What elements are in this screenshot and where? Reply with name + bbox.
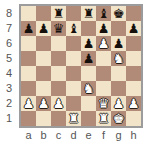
black-rook-c8[interactable]: ♜ xyxy=(51,6,66,21)
white-queen-f2[interactable]: ♛ xyxy=(96,96,111,111)
square-c4[interactable] xyxy=(51,66,66,81)
square-d4[interactable] xyxy=(66,66,81,81)
square-d5[interactable] xyxy=(66,51,81,66)
file-label-e: e xyxy=(81,129,96,144)
square-b3[interactable] xyxy=(36,81,51,96)
square-a3[interactable] xyxy=(21,81,36,96)
square-b1[interactable] xyxy=(36,111,51,126)
white-knight-e3[interactable]: ♞ xyxy=(81,81,96,96)
square-c5[interactable] xyxy=(51,51,66,66)
square-h6[interactable] xyxy=(126,36,141,51)
square-h4[interactable] xyxy=(126,66,141,81)
rank-labels: 87654321 xyxy=(0,6,18,126)
rank-label-5: 5 xyxy=(0,51,18,66)
black-pawn-f7[interactable]: ♟ xyxy=(96,21,111,36)
white-pawn-h2[interactable]: ♟ xyxy=(126,96,141,111)
file-label-c: c xyxy=(51,129,66,144)
square-c6[interactable] xyxy=(51,36,66,51)
square-h3[interactable] xyxy=(126,81,141,96)
square-g8[interactable]: ♚ xyxy=(111,6,126,21)
white-rook-d1[interactable]: ♜ xyxy=(66,111,81,126)
square-e6[interactable]: ♟ xyxy=(81,36,96,51)
file-label-f: f xyxy=(96,129,111,144)
square-h5[interactable] xyxy=(126,51,141,66)
square-b5[interactable] xyxy=(36,51,51,66)
square-h8[interactable] xyxy=(126,6,141,21)
chess-board[interactable]: ♜♜♝♚♟♟♛♝♟♟♟♟♟♟♞♞♟♟♟♛♟♟♜♜♚ xyxy=(19,4,143,128)
white-king-g1[interactable]: ♚ xyxy=(111,111,126,126)
square-f2[interactable]: ♛ xyxy=(96,96,111,111)
square-b6[interactable] xyxy=(36,36,51,51)
file-label-a: a xyxy=(21,129,36,144)
square-d6[interactable] xyxy=(66,36,81,51)
rank-label-7: 7 xyxy=(0,21,18,36)
square-e8[interactable]: ♜ xyxy=(81,6,96,21)
square-h7[interactable]: ♟ xyxy=(126,21,141,36)
square-e2[interactable] xyxy=(81,96,96,111)
square-c3[interactable] xyxy=(51,81,66,96)
square-d8[interactable] xyxy=(66,6,81,21)
square-h2[interactable]: ♟ xyxy=(126,96,141,111)
rank-label-6: 6 xyxy=(0,36,18,51)
black-pawn-e6[interactable]: ♟ xyxy=(81,36,96,51)
white-pawn-b2[interactable]: ♟ xyxy=(36,96,51,111)
square-h1[interactable] xyxy=(126,111,141,126)
white-pawn-f6[interactable]: ♟ xyxy=(96,36,111,51)
square-c7[interactable]: ♛ xyxy=(51,21,66,36)
square-f3[interactable] xyxy=(96,81,111,96)
black-rook-e8[interactable]: ♜ xyxy=(81,6,96,21)
black-bishop-d7[interactable]: ♝ xyxy=(66,21,81,36)
square-a8[interactable] xyxy=(21,6,36,21)
white-rook-f1[interactable]: ♜ xyxy=(96,111,111,126)
square-a7[interactable]: ♟ xyxy=(21,21,36,36)
square-g6[interactable]: ♟ xyxy=(111,36,126,51)
file-label-h: h xyxy=(126,129,141,144)
square-b2[interactable]: ♟ xyxy=(36,96,51,111)
white-knight-g5[interactable]: ♞ xyxy=(111,51,126,66)
black-king-g8[interactable]: ♚ xyxy=(111,6,126,21)
white-pawn-g2[interactable]: ♟ xyxy=(111,96,126,111)
black-pawn-b7[interactable]: ♟ xyxy=(36,21,51,36)
black-bishop-f8[interactable]: ♝ xyxy=(96,6,111,21)
rank-label-2: 2 xyxy=(0,96,18,111)
rank-label-4: 4 xyxy=(0,66,18,81)
rank-label-1: 1 xyxy=(0,111,18,126)
file-label-d: d xyxy=(66,129,81,144)
black-pawn-g6[interactable]: ♟ xyxy=(111,36,126,51)
file-labels: abcdefgh xyxy=(21,129,141,144)
square-g1[interactable]: ♚ xyxy=(111,111,126,126)
square-a6[interactable] xyxy=(21,36,36,51)
square-f1[interactable]: ♜ xyxy=(96,111,111,126)
square-e5[interactable]: ♟ xyxy=(81,51,96,66)
square-f8[interactable]: ♝ xyxy=(96,6,111,21)
square-a4[interactable] xyxy=(21,66,36,81)
square-g7[interactable] xyxy=(111,21,126,36)
black-pawn-e5[interactable]: ♟ xyxy=(81,51,96,66)
black-queen-c7[interactable]: ♛ xyxy=(51,21,66,36)
square-a5[interactable] xyxy=(21,51,36,66)
black-pawn-h7[interactable]: ♟ xyxy=(126,21,141,36)
square-f4[interactable] xyxy=(96,66,111,81)
square-e4[interactable] xyxy=(81,66,96,81)
square-c1[interactable] xyxy=(51,111,66,126)
square-g5[interactable]: ♞ xyxy=(111,51,126,66)
file-label-b: b xyxy=(36,129,51,144)
square-e7[interactable] xyxy=(81,21,96,36)
square-f7[interactable]: ♟ xyxy=(96,21,111,36)
square-f5[interactable] xyxy=(96,51,111,66)
square-a2[interactable]: ♟ xyxy=(21,96,36,111)
square-f6[interactable]: ♟ xyxy=(96,36,111,51)
square-b8[interactable] xyxy=(36,6,51,21)
square-d1[interactable]: ♜ xyxy=(66,111,81,126)
square-g2[interactable]: ♟ xyxy=(111,96,126,111)
square-b7[interactable]: ♟ xyxy=(36,21,51,36)
rank-label-8: 8 xyxy=(0,6,18,21)
square-g4[interactable] xyxy=(111,66,126,81)
white-pawn-c2[interactable]: ♟ xyxy=(51,96,66,111)
square-d2[interactable] xyxy=(66,96,81,111)
black-pawn-a7[interactable]: ♟ xyxy=(21,21,36,36)
chess-board-diagram: 87654321 ♜♜♝♚♟♟♛♝♟♟♟♟♟♟♞♞♟♟♟♛♟♟♜♜♚ abcde… xyxy=(0,0,149,144)
square-d7[interactable]: ♝ xyxy=(66,21,81,36)
square-d3[interactable] xyxy=(66,81,81,96)
rank-label-3: 3 xyxy=(0,81,18,96)
white-pawn-a2[interactable]: ♟ xyxy=(21,96,36,111)
square-b4[interactable] xyxy=(36,66,51,81)
square-c2[interactable]: ♟ xyxy=(51,96,66,111)
square-e3[interactable]: ♞ xyxy=(81,81,96,96)
square-c8[interactable]: ♜ xyxy=(51,6,66,21)
square-g3[interactable] xyxy=(111,81,126,96)
square-e1[interactable] xyxy=(81,111,96,126)
square-a1[interactable] xyxy=(21,111,36,126)
file-label-g: g xyxy=(111,129,126,144)
